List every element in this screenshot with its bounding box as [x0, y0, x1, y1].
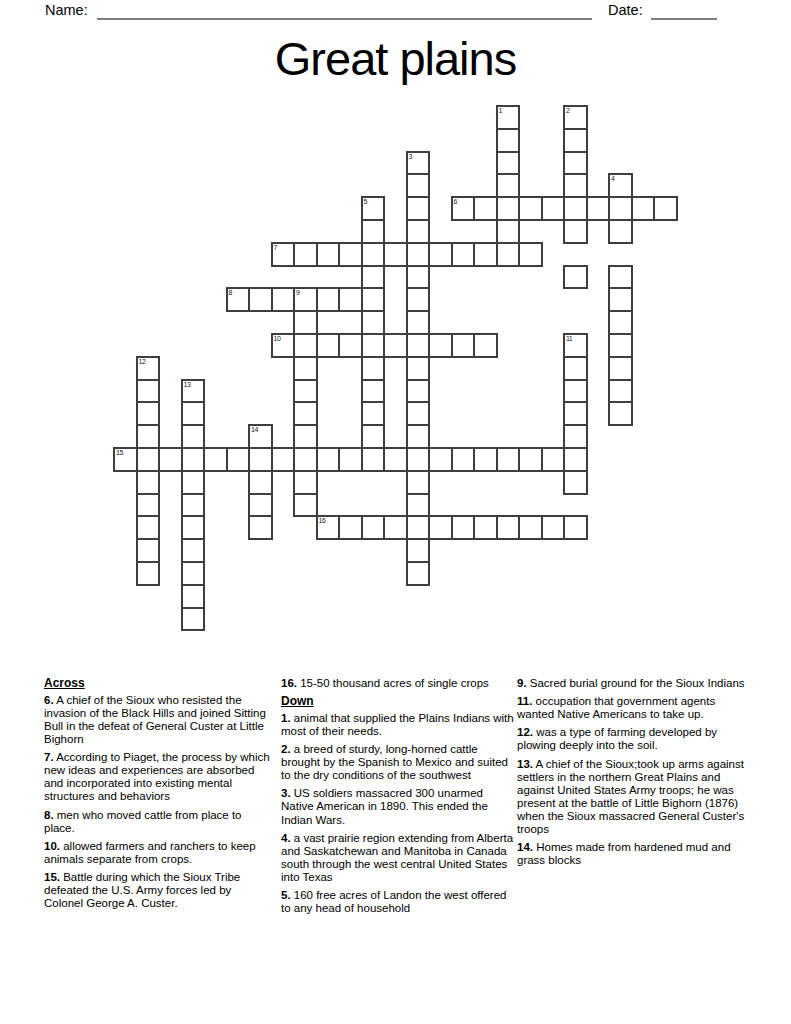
grid-cell-r17c6[interactable] [250, 495, 271, 516]
grid-cell-r9c11[interactable] [363, 312, 384, 333]
grid-cell-r6c16[interactable] [475, 244, 496, 265]
grid-cell-r9c22[interactable] [610, 312, 631, 333]
clue-down-11: 11. occupation that government agents wa… [517, 695, 751, 721]
grid-cell-r10c10[interactable] [340, 335, 361, 356]
grid-cell-r18c12[interactable] [385, 517, 406, 538]
grid-cell-r21c3[interactable] [183, 586, 204, 607]
grid-cell-r13c20[interactable] [565, 403, 586, 424]
grid-cell-r18c20[interactable] [565, 517, 586, 538]
grid-cell-r18c3[interactable] [183, 517, 204, 538]
clue-across-16: 16. 15-50 thousand acres of single crops [281, 677, 515, 690]
date-label: Date: [608, 2, 643, 18]
clue-number-3: 3 [409, 153, 412, 161]
grid-cell-r4c20[interactable] [565, 198, 586, 219]
grid-cell-r4c19[interactable] [543, 198, 564, 219]
grid-cell-r7c20[interactable] [565, 267, 586, 288]
clue-down-4: 4. a vast prairie region extending from … [281, 832, 515, 884]
clue-number-2: 2 [566, 107, 569, 115]
grid-cell-r11c1[interactable]: 12 [138, 358, 159, 379]
grid-cell-r15c18[interactable] [520, 449, 541, 470]
grid-cell-r18c13[interactable] [408, 517, 429, 538]
grid-cell-r16c1[interactable] [138, 472, 159, 493]
clue-num-label: 11. [517, 695, 532, 707]
grid-cell-r8c7[interactable] [273, 289, 294, 310]
grid-cell-r15c20[interactable] [565, 449, 586, 470]
grid-cell-r9c8[interactable] [295, 312, 316, 333]
grid-cell-r7c13[interactable] [408, 267, 429, 288]
clue-number-15: 15 [116, 449, 123, 457]
clue-num-label: 3. [281, 787, 291, 799]
grid-cell-r14c1[interactable] [138, 426, 159, 447]
grid-cell-r7c22[interactable] [610, 267, 631, 288]
grid-cell-r11c8[interactable] [295, 358, 316, 379]
grid-cell-r18c19[interactable] [543, 517, 564, 538]
grid-cell-r5c17[interactable] [498, 221, 519, 242]
clue-num-label: 14. [517, 841, 533, 853]
grid-cell-r10c9[interactable] [318, 335, 339, 356]
clue-across-8: 8. men who moved cattle from place to pl… [44, 809, 270, 835]
grid-cell-r14c13[interactable] [408, 426, 429, 447]
clue-number-12: 12 [139, 358, 146, 366]
grid-cell-r15c4[interactable] [205, 449, 226, 470]
grid-cell-r6c12[interactable] [385, 244, 406, 265]
grid-cell-r4c13[interactable] [408, 198, 429, 219]
grid-cell-r12c1[interactable] [138, 381, 159, 402]
grid-cell-r10c15[interactable] [453, 335, 474, 356]
grid-cell-r0c20[interactable]: 2 [565, 107, 586, 128]
grid-cell-r15c6[interactable] [250, 449, 271, 470]
clue-num-label: 1. [281, 712, 291, 724]
grid-cell-r12c3[interactable]: 13 [183, 381, 204, 402]
grid-cell-r14c6[interactable]: 14 [250, 426, 271, 447]
grid-cell-r4c11[interactable]: 5 [363, 198, 384, 219]
grid-cell-r16c3[interactable] [183, 472, 204, 493]
grid-cell-r10c13[interactable] [408, 335, 429, 356]
grid-cell-r18c15[interactable] [453, 517, 474, 538]
grid-cell-r20c3[interactable] [183, 563, 204, 584]
grid-cell-r13c1[interactable] [138, 403, 159, 424]
clue-down-2: 2. a breed of sturdy, long-horned cattle… [281, 743, 515, 782]
clue-num-label: 15. [44, 871, 60, 883]
grid-cell-r18c10[interactable] [340, 517, 361, 538]
grid-cell-r15c17[interactable] [498, 449, 519, 470]
grid-cell-r4c18[interactable] [520, 198, 541, 219]
grid-cell-r3c17[interactable] [498, 175, 519, 196]
name-write-line[interactable] [97, 0, 592, 20]
grid-cell-r12c8[interactable] [295, 381, 316, 402]
grid-cell-r1c20[interactable] [565, 130, 586, 151]
grid-cell-r10c20[interactable]: 11 [565, 335, 586, 356]
grid-cell-r8c10[interactable] [340, 289, 361, 310]
page-title: Great plains [0, 31, 791, 86]
grid-cell-r8c22[interactable] [610, 289, 631, 310]
grid-cell-r8c5[interactable]: 8 [228, 289, 249, 310]
grid-cell-r6c14[interactable] [430, 244, 451, 265]
grid-cell-r18c11[interactable] [363, 517, 384, 538]
grid-cell-r17c13[interactable] [408, 495, 429, 516]
clue-column-3: 9. Sacred burial ground for the Sioux In… [517, 677, 751, 872]
grid-cell-r15c9[interactable] [318, 449, 339, 470]
grid-cell-r15c8[interactable] [295, 449, 316, 470]
clue-number-4: 4 [611, 175, 614, 183]
grid-cell-r13c8[interactable] [295, 403, 316, 424]
grid-cell-r14c3[interactable] [183, 426, 204, 447]
grid-cell-r11c11[interactable] [363, 358, 384, 379]
clue-num-label: 8. [44, 809, 54, 821]
clue-num-label: 2. [281, 743, 291, 755]
grid-cell-r15c16[interactable] [475, 449, 496, 470]
clue-num-label: 5. [281, 889, 291, 901]
grid-cell-r2c13[interactable]: 3 [408, 153, 429, 174]
clue-down-12: 12. was a type of farming developed by p… [517, 726, 751, 752]
grid-cell-r8c11[interactable] [363, 289, 384, 310]
grid-cell-r15c19[interactable] [543, 449, 564, 470]
grid-cell-r19c3[interactable] [183, 540, 204, 561]
grid-cell-r5c22[interactable] [610, 221, 631, 242]
grid-cell-r16c13[interactable] [408, 472, 429, 493]
clue-num-label: 9. [517, 677, 527, 689]
grid-cell-r15c0[interactable]: 15 [115, 449, 136, 470]
clue-num-label: 4. [281, 832, 291, 844]
grid-cell-r18c14[interactable] [430, 517, 451, 538]
grid-cell-r3c13[interactable] [408, 175, 429, 196]
clue-number-6: 6 [454, 198, 457, 206]
grid-cell-r10c8[interactable] [295, 335, 316, 356]
grid-cell-r19c1[interactable] [138, 540, 159, 561]
grid-cell-r15c2[interactable] [160, 449, 181, 470]
clue-number-9: 9 [296, 289, 299, 297]
clue-across-10: 10. allowed farmers and ranchers to keep… [44, 840, 270, 866]
across-heading: Across [44, 677, 270, 691]
clue-num-label: 6. [44, 694, 54, 706]
grid-cell-r17c1[interactable] [138, 495, 159, 516]
clue-down-14: 14. Homes made from hardened mud and gra… [517, 841, 751, 867]
grid-cell-r8c6[interactable] [250, 289, 271, 310]
grid-cell-r6c13[interactable] [408, 244, 429, 265]
grid-cell-r6c17[interactable] [498, 244, 519, 265]
clue-num-label: 16. [281, 677, 297, 689]
grid-cell-r2c17[interactable] [498, 153, 519, 174]
clue-number-5: 5 [364, 198, 367, 206]
grid-cell-r16c8[interactable] [295, 472, 316, 493]
date-write-line[interactable] [651, 0, 717, 20]
grid-cell-r4c16[interactable] [475, 198, 496, 219]
clue-number-11: 11 [566, 335, 572, 343]
grid-cell-r4c23[interactable] [633, 198, 654, 219]
down-heading: Down [281, 695, 515, 709]
grid-cell-r20c1[interactable] [138, 563, 159, 584]
clue-number-1: 1 [499, 107, 502, 115]
grid-cell-r8c8[interactable]: 9 [295, 289, 316, 310]
clue-down-5: 5. 160 free acres of Landon the west off… [281, 889, 515, 915]
grid-cell-r6c10[interactable] [340, 244, 361, 265]
clue-num-label: 12. [517, 726, 533, 738]
grid-cell-r10c11[interactable] [363, 335, 384, 356]
grid-cell-r6c8[interactable] [295, 244, 316, 265]
clue-number-7: 7 [274, 244, 277, 252]
grid-cell-r16c20[interactable] [565, 472, 586, 493]
grid-cell-r10c7[interactable]: 10 [273, 335, 294, 356]
grid-cell-r13c13[interactable] [408, 403, 429, 424]
grid-cell-r18c18[interactable] [520, 517, 541, 538]
grid-cell-r15c12[interactable] [385, 449, 406, 470]
grid-cell-r14c8[interactable] [295, 426, 316, 447]
clue-column-1: Across6. A chief of the Sioux who resist… [44, 677, 270, 915]
clue-number-13: 13 [184, 381, 191, 389]
grid-cell-r15c1[interactable] [138, 449, 159, 470]
grid-cell-r13c11[interactable] [363, 403, 384, 424]
grid-cell-r19c13[interactable] [408, 540, 429, 561]
grid-cell-r4c15[interactable]: 6 [453, 198, 474, 219]
grid-cell-r12c13[interactable] [408, 381, 429, 402]
grid-cell-r13c22[interactable] [610, 403, 631, 424]
clue-down-1: 1. animal that supplied the Plains India… [281, 712, 515, 738]
grid-cell-r11c13[interactable] [408, 358, 429, 379]
grid-cell-r6c11[interactable] [363, 244, 384, 265]
grid-cell-r17c8[interactable] [295, 495, 316, 516]
clue-across-6: 6. A chief of the Sioux who resisted the… [44, 694, 270, 746]
grid-cell-r12c11[interactable] [363, 381, 384, 402]
grid-cell-r12c22[interactable] [610, 381, 631, 402]
grid-cell-r15c14[interactable] [430, 449, 451, 470]
crossword-grid: 12345678910111213141516 [115, 107, 676, 629]
grid-cell-r1c17[interactable] [498, 130, 519, 151]
grid-cell-r6c18[interactable] [520, 244, 541, 265]
grid-cell-r2c20[interactable] [565, 153, 586, 174]
grid-cell-r15c11[interactable] [363, 449, 384, 470]
grid-cell-r18c16[interactable] [475, 517, 496, 538]
grid-cell-r15c7[interactable] [273, 449, 294, 470]
grid-cell-r0c17[interactable]: 1 [498, 107, 519, 128]
grid-cell-r3c20[interactable] [565, 175, 586, 196]
grid-cell-r15c13[interactable] [408, 449, 429, 470]
grid-cell-r4c21[interactable] [588, 198, 609, 219]
clue-across-15: 15. Battle during which the Sioux Tribe … [44, 871, 270, 910]
grid-cell-r11c20[interactable] [565, 358, 586, 379]
grid-cell-r10c16[interactable] [475, 335, 496, 356]
grid-cell-r8c13[interactable] [408, 289, 429, 310]
grid-cell-r3c22[interactable]: 4 [610, 175, 631, 196]
grid-cell-r8c9[interactable] [318, 289, 339, 310]
clue-num-label: 7. [44, 751, 54, 763]
grid-cell-r4c17[interactable] [498, 198, 519, 219]
grid-cell-r22c3[interactable] [183, 609, 204, 630]
grid-cell-r17c3[interactable] [183, 495, 204, 516]
grid-cell-r18c9[interactable]: 16 [318, 517, 339, 538]
grid-cell-r15c5[interactable] [228, 449, 249, 470]
grid-cell-r11c22[interactable] [610, 358, 631, 379]
grid-cell-r18c6[interactable] [250, 517, 271, 538]
grid-cell-r20c13[interactable] [408, 563, 429, 584]
grid-cell-r5c20[interactable] [565, 221, 586, 242]
grid-cell-r4c22[interactable] [610, 198, 631, 219]
clue-num-label: 13. [517, 758, 533, 770]
clue-num-label: 10. [44, 840, 60, 852]
clue-down-3: 3. US soldiers massacred 300 unarmed Nat… [281, 787, 515, 826]
grid-cell-r5c11[interactable] [363, 221, 384, 242]
grid-cell-r15c15[interactable] [453, 449, 474, 470]
grid-cell-r16c6[interactable] [250, 472, 271, 493]
grid-cell-r9c13[interactable] [408, 312, 429, 333]
grid-cell-r6c7[interactable]: 7 [273, 244, 294, 265]
clue-number-16: 16 [319, 517, 326, 525]
grid-cell-r12c20[interactable] [565, 381, 586, 402]
grid-cell-r6c9[interactable] [318, 244, 339, 265]
grid-cell-r14c20[interactable] [565, 426, 586, 447]
grid-cell-r5c13[interactable] [408, 221, 429, 242]
grid-cell-r10c14[interactable] [430, 335, 451, 356]
clue-column-2: 16. 15-50 thousand acres of single crops… [281, 677, 515, 920]
grid-cell-r6c15[interactable] [453, 244, 474, 265]
grid-cell-r10c12[interactable] [385, 335, 406, 356]
grid-cell-r18c1[interactable] [138, 517, 159, 538]
clue-down-13: 13. A chief of the Sioux;took up arms ag… [517, 758, 751, 837]
grid-cell-r15c3[interactable] [183, 449, 204, 470]
grid-cell-r15c10[interactable] [340, 449, 361, 470]
clue-down-9: 9. Sacred burial ground for the Sioux In… [517, 677, 751, 690]
clue-number-10: 10 [274, 335, 281, 343]
grid-cell-r14c11[interactable] [363, 426, 384, 447]
grid-cell-r18c17[interactable] [498, 517, 519, 538]
clue-number-8: 8 [229, 289, 232, 297]
grid-cell-r13c3[interactable] [183, 403, 204, 424]
grid-cell-r4c24[interactable] [655, 198, 676, 219]
name-label: Name: [45, 2, 88, 18]
clue-number-14: 14 [251, 426, 258, 434]
clue-across-7: 7. According to Piaget, the process by w… [44, 751, 270, 803]
grid-cell-r7c11[interactable] [363, 267, 384, 288]
grid-cell-r10c22[interactable] [610, 335, 631, 356]
